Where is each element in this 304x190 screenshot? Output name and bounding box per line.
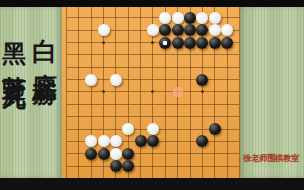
stone-black bbox=[122, 160, 134, 172]
stone-black bbox=[196, 74, 208, 86]
star-point bbox=[102, 41, 105, 44]
stone-white bbox=[221, 24, 233, 36]
stone-black bbox=[159, 37, 171, 49]
stone-black bbox=[196, 37, 208, 49]
last-move-marker bbox=[163, 41, 167, 45]
stone-black bbox=[209, 123, 221, 135]
stone-black bbox=[196, 24, 208, 36]
stone-black bbox=[209, 37, 221, 49]
go-board[interactable] bbox=[62, 7, 240, 178]
stone-white bbox=[98, 24, 110, 36]
stone-black bbox=[159, 24, 171, 36]
highlight-marker bbox=[173, 87, 183, 97]
stone-white bbox=[122, 123, 134, 135]
star-point bbox=[102, 90, 105, 93]
video-control-bar[interactable] bbox=[0, 178, 304, 190]
stone-black bbox=[172, 24, 184, 36]
stone-white bbox=[209, 24, 221, 36]
top-letterbox bbox=[0, 0, 304, 7]
stone-black bbox=[184, 24, 196, 36]
stone-black bbox=[85, 148, 97, 160]
star-point bbox=[151, 41, 154, 44]
video-frame[interactable]: 白 廖元赫 黑 芝野虎丸 徐老师围棋教室 bbox=[0, 0, 304, 190]
stone-black bbox=[172, 37, 184, 49]
black-player-label: 黑 芝野虎丸 bbox=[2, 23, 26, 68]
stone-white bbox=[209, 12, 221, 24]
stone-black bbox=[135, 135, 147, 147]
stone-white bbox=[147, 123, 159, 135]
stone-black bbox=[122, 148, 134, 160]
stone-white bbox=[159, 12, 171, 24]
stone-white bbox=[196, 12, 208, 24]
stone-white bbox=[147, 24, 159, 36]
white-player-label: 白 廖元赫 bbox=[32, 19, 57, 62]
stone-white bbox=[172, 12, 184, 24]
stone-white bbox=[98, 135, 110, 147]
channel-watermark: 徐老师围棋教室 bbox=[243, 153, 303, 165]
stone-white bbox=[110, 148, 122, 160]
stone-black bbox=[196, 135, 208, 147]
stone-black bbox=[98, 148, 110, 160]
stone-white bbox=[110, 74, 122, 86]
stone-black bbox=[184, 37, 196, 49]
stone-black bbox=[110, 160, 122, 172]
grid-line-h bbox=[67, 166, 240, 167]
stone-black bbox=[221, 37, 233, 49]
stone-white bbox=[85, 74, 97, 86]
stone-black bbox=[147, 135, 159, 147]
stone-white bbox=[85, 135, 97, 147]
players-panel: 白 廖元赫 黑 芝野虎丸 bbox=[0, 7, 62, 178]
stone-white bbox=[110, 135, 122, 147]
stone-black bbox=[184, 12, 196, 24]
